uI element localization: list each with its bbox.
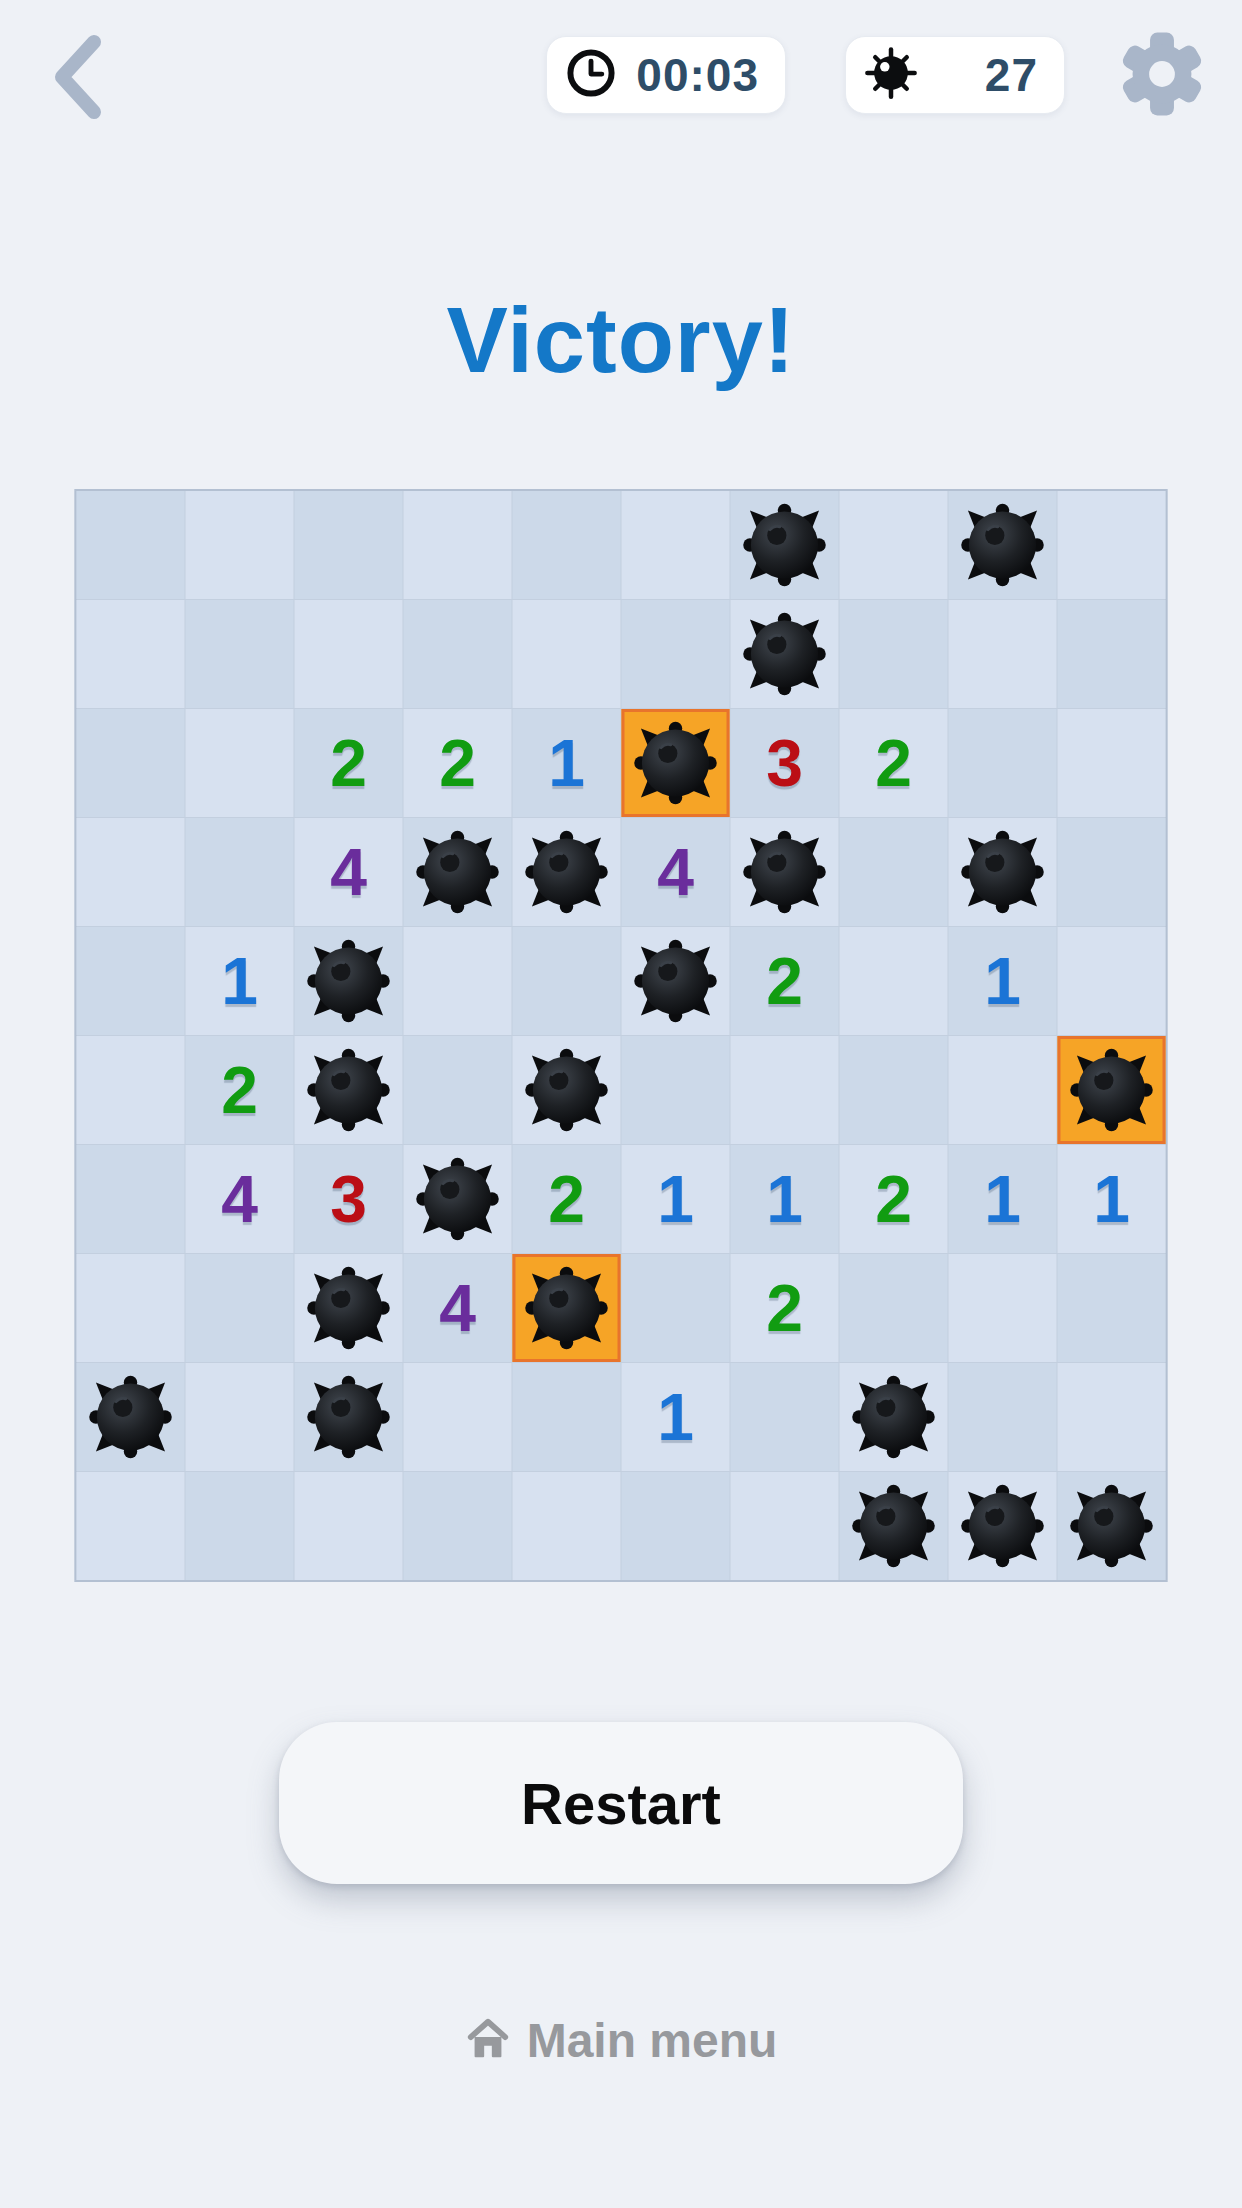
cell-r1c9[interactable] <box>949 491 1057 599</box>
mine-icon <box>410 1151 506 1247</box>
cell-r5c2[interactable]: 1 <box>186 927 294 1035</box>
cell-r6c4[interactable] <box>404 1036 512 1144</box>
cell-r9c10[interactable] <box>1058 1363 1166 1471</box>
number-3: 3 <box>766 730 803 796</box>
cell-r5c3[interactable] <box>295 927 403 1035</box>
cell-r3c5[interactable]: 1 <box>513 709 621 817</box>
cell-r2c9[interactable] <box>949 600 1057 708</box>
cell-r2c2[interactable] <box>186 600 294 708</box>
cell-r1c7[interactable] <box>731 491 839 599</box>
cell-r10c6[interactable] <box>622 1472 730 1580</box>
number-1: 1 <box>984 948 1021 1014</box>
cell-r3c7[interactable]: 3 <box>731 709 839 817</box>
mine-icon <box>628 933 724 1029</box>
number-1: 1 <box>221 948 258 1014</box>
cell-r7c6[interactable]: 1 <box>622 1145 730 1253</box>
cell-r8c1[interactable] <box>77 1254 185 1362</box>
cell-r10c4[interactable] <box>404 1472 512 1580</box>
cell-r9c1[interactable] <box>77 1363 185 1471</box>
cell-r8c10[interactable] <box>1058 1254 1166 1362</box>
cell-r4c10[interactable] <box>1058 818 1166 926</box>
mine-icon <box>410 824 506 920</box>
home-icon <box>465 2016 511 2065</box>
cell-r4c7[interactable] <box>731 818 839 926</box>
number-2: 2 <box>439 730 476 796</box>
mine-icon <box>301 933 397 1029</box>
cell-r9c9[interactable] <box>949 1363 1057 1471</box>
cell-r7c8[interactable]: 2 <box>840 1145 948 1253</box>
cell-r8c8[interactable] <box>840 1254 948 1362</box>
mine-icon <box>955 824 1051 920</box>
mine-icon <box>628 715 724 811</box>
cell-r6c7[interactable] <box>731 1036 839 1144</box>
mine-counter: 27 <box>845 36 1065 114</box>
cell-r2c6[interactable] <box>622 600 730 708</box>
cell-r8c3[interactable] <box>295 1254 403 1362</box>
cell-r6c6[interactable] <box>622 1036 730 1144</box>
number-2: 2 <box>548 1166 585 1232</box>
mine-icon <box>846 1369 942 1465</box>
minesweeper-board: 2213244121243211211421 <box>75 489 1168 1582</box>
timer-display: 00:03 <box>546 36 786 114</box>
cell-r6c5[interactable] <box>513 1036 621 1144</box>
number-4: 4 <box>221 1166 258 1232</box>
cell-r3c9[interactable] <box>949 709 1057 817</box>
mine-icon <box>955 1478 1051 1574</box>
cell-r5c9[interactable]: 1 <box>949 927 1057 1035</box>
cell-r7c3[interactable]: 3 <box>295 1145 403 1253</box>
cell-r4c4[interactable] <box>404 818 512 926</box>
mine-icon <box>864 46 918 104</box>
cell-r3c2[interactable] <box>186 709 294 817</box>
cell-r2c3[interactable] <box>295 600 403 708</box>
number-1: 1 <box>548 730 585 796</box>
mine-icon <box>83 1369 179 1465</box>
cell-r9c8[interactable] <box>840 1363 948 1471</box>
cell-r8c4[interactable]: 4 <box>404 1254 512 1362</box>
cell-r9c6[interactable]: 1 <box>622 1363 730 1471</box>
cell-r3c10[interactable] <box>1058 709 1166 817</box>
mine-count-value: 27 <box>985 48 1038 102</box>
cell-r9c2[interactable] <box>186 1363 294 1471</box>
cell-r3c1[interactable] <box>77 709 185 817</box>
cell-r10c1[interactable] <box>77 1472 185 1580</box>
mine-icon <box>301 1260 397 1356</box>
cell-r3c8[interactable]: 2 <box>840 709 948 817</box>
cell-r4c5[interactable] <box>513 818 621 926</box>
cell-r4c3[interactable]: 4 <box>295 818 403 926</box>
mine-icon <box>846 1478 942 1574</box>
back-chevron-icon <box>44 108 114 123</box>
restart-button[interactable]: Restart <box>279 1722 963 1884</box>
number-2: 2 <box>221 1057 258 1123</box>
cell-r9c4[interactable] <box>404 1363 512 1471</box>
number-1: 1 <box>984 1166 1021 1232</box>
cell-r1c2[interactable] <box>186 491 294 599</box>
cell-r5c10[interactable] <box>1058 927 1166 1035</box>
cell-r6c3[interactable] <box>295 1036 403 1144</box>
mine-icon <box>955 497 1051 593</box>
cell-r5c8[interactable] <box>840 927 948 1035</box>
mine-icon <box>301 1369 397 1465</box>
main-menu-button[interactable]: Main menu <box>0 2012 1242 2069</box>
mine-icon <box>1064 1478 1160 1574</box>
gear-icon <box>1116 108 1208 123</box>
cell-r4c9[interactable] <box>949 818 1057 926</box>
clock-icon <box>565 47 617 103</box>
cell-r7c4[interactable] <box>404 1145 512 1253</box>
cell-r10c3[interactable] <box>295 1472 403 1580</box>
mine-icon <box>737 824 833 920</box>
cell-r4c1[interactable] <box>77 818 185 926</box>
cell-r7c7[interactable]: 1 <box>731 1145 839 1253</box>
cell-r4c6[interactable]: 4 <box>622 818 730 926</box>
main-menu-label: Main menu <box>527 2013 778 2068</box>
cell-r1c3[interactable] <box>295 491 403 599</box>
cell-r5c7[interactable]: 2 <box>731 927 839 1035</box>
cell-r7c5[interactable]: 2 <box>513 1145 621 1253</box>
cell-r10c10[interactable] <box>1058 1472 1166 1580</box>
cell-r1c6[interactable] <box>622 491 730 599</box>
cell-r10c7[interactable] <box>731 1472 839 1580</box>
number-2: 2 <box>875 1166 912 1232</box>
cell-r3c6[interactable] <box>622 709 730 817</box>
cell-r6c10[interactable] <box>1058 1036 1166 1144</box>
number-1: 1 <box>657 1166 694 1232</box>
timer-value: 00:03 <box>636 48 759 102</box>
number-4: 4 <box>330 839 367 905</box>
cell-r2c8[interactable] <box>840 600 948 708</box>
number-1: 1 <box>766 1166 803 1232</box>
mine-icon <box>519 1042 615 1138</box>
cell-r1c1[interactable] <box>77 491 185 599</box>
cell-r9c5[interactable] <box>513 1363 621 1471</box>
cell-r8c7[interactable]: 2 <box>731 1254 839 1362</box>
cell-r2c4[interactable] <box>404 600 512 708</box>
cell-r3c3[interactable]: 2 <box>295 709 403 817</box>
victory-title: Victory! <box>0 288 1242 393</box>
number-2: 2 <box>330 730 367 796</box>
number-2: 2 <box>766 1275 803 1341</box>
cell-r1c4[interactable] <box>404 491 512 599</box>
cell-r7c2[interactable]: 4 <box>186 1145 294 1253</box>
cell-r8c9[interactable] <box>949 1254 1057 1362</box>
cell-r6c8[interactable] <box>840 1036 948 1144</box>
cell-r3c4[interactable]: 2 <box>404 709 512 817</box>
cell-r10c8[interactable] <box>840 1472 948 1580</box>
cell-r6c9[interactable] <box>949 1036 1057 1144</box>
number-3: 3 <box>330 1166 367 1232</box>
cell-r5c5[interactable] <box>513 927 621 1035</box>
mine-icon <box>519 1260 615 1356</box>
cell-r10c9[interactable] <box>949 1472 1057 1580</box>
cell-r6c1[interactable] <box>77 1036 185 1144</box>
number-1: 1 <box>657 1384 694 1450</box>
cell-r1c8[interactable] <box>840 491 948 599</box>
cell-r8c2[interactable] <box>186 1254 294 1362</box>
cell-r7c9[interactable]: 1 <box>949 1145 1057 1253</box>
mine-icon <box>301 1042 397 1138</box>
cell-r8c6[interactable] <box>622 1254 730 1362</box>
cell-r2c10[interactable] <box>1058 600 1166 708</box>
cell-r9c3[interactable] <box>295 1363 403 1471</box>
number-4: 4 <box>657 839 694 905</box>
cell-r4c2[interactable] <box>186 818 294 926</box>
cell-r2c7[interactable] <box>731 600 839 708</box>
number-2: 2 <box>875 730 912 796</box>
cell-r10c2[interactable] <box>186 1472 294 1580</box>
mine-icon <box>737 497 833 593</box>
cell-r6c2[interactable]: 2 <box>186 1036 294 1144</box>
settings-button[interactable] <box>1116 28 1208 120</box>
cell-r7c1[interactable] <box>77 1145 185 1253</box>
cell-r2c5[interactable] <box>513 600 621 708</box>
cell-r5c4[interactable] <box>404 927 512 1035</box>
cell-r5c1[interactable] <box>77 927 185 1035</box>
cell-r1c5[interactable] <box>513 491 621 599</box>
back-button[interactable] <box>44 34 114 120</box>
cell-r7c10[interactable]: 1 <box>1058 1145 1166 1253</box>
mine-icon <box>737 606 833 702</box>
mine-icon <box>519 824 615 920</box>
number-2: 2 <box>766 948 803 1014</box>
cell-r4c8[interactable] <box>840 818 948 926</box>
number-1: 1 <box>1093 1166 1130 1232</box>
cell-r8c5[interactable] <box>513 1254 621 1362</box>
cell-r1c10[interactable] <box>1058 491 1166 599</box>
cell-r9c7[interactable] <box>731 1363 839 1471</box>
cell-r2c1[interactable] <box>77 600 185 708</box>
cell-r5c6[interactable] <box>622 927 730 1035</box>
mine-icon <box>1064 1042 1160 1138</box>
cell-r10c5[interactable] <box>513 1472 621 1580</box>
number-4: 4 <box>439 1275 476 1341</box>
